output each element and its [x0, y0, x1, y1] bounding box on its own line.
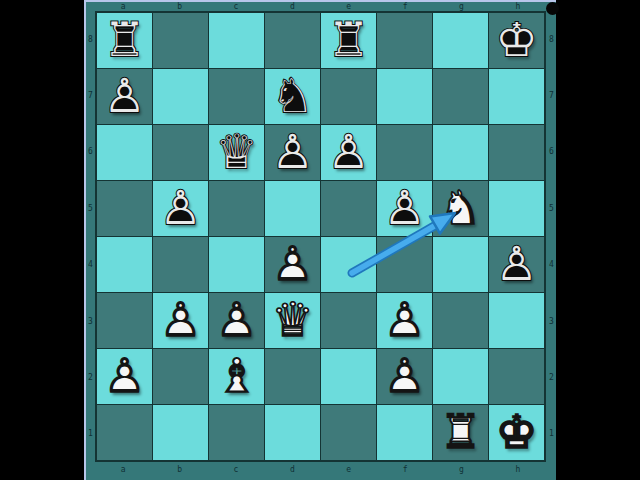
piece-white-pawn[interactable]: ♟♙ — [377, 293, 432, 348]
piece-white-king[interactable]: ♚♔ — [489, 405, 544, 460]
rank-label-1: 1 — [546, 406, 557, 462]
square-b6[interactable] — [153, 125, 208, 180]
square-h1[interactable]: ♚♔ — [489, 405, 544, 460]
file-label-g: g — [433, 462, 489, 477]
piece-black-pawn[interactable]: ♟♙ — [153, 181, 208, 236]
square-f1[interactable] — [377, 405, 432, 460]
piece-white-pawn[interactable]: ♟♙ — [209, 293, 264, 348]
rank-label-3: 3 — [86, 293, 95, 349]
square-b2[interactable] — [153, 349, 208, 404]
file-label-h: h — [490, 2, 546, 11]
square-g7[interactable] — [433, 69, 488, 124]
rank-label-3: 3 — [546, 293, 557, 349]
square-e3[interactable] — [321, 293, 376, 348]
square-b8[interactable] — [153, 13, 208, 68]
file-label-d: d — [264, 462, 320, 477]
rank-label-2: 2 — [86, 349, 95, 405]
board-grid: ♜♖♜♖♚♔♟♙♞♘♛♕♟♙♟♙♟♙♟♙♞♘♟♙♟♙♟♙♟♙♛♕♟♙♟♙♝♗♟♙… — [95, 11, 546, 462]
rank-label-5: 5 — [86, 180, 95, 236]
black-king-detail-glyph: ♔ — [495, 15, 537, 62]
piece-white-knight[interactable]: ♞♘ — [433, 181, 488, 236]
square-c8[interactable] — [209, 13, 264, 68]
file-label-h: h — [490, 462, 546, 477]
file-labels-top: abcdefgh — [95, 2, 546, 11]
rank-label-6: 6 — [546, 124, 557, 180]
black-knight-detail-glyph: ♘ — [271, 71, 313, 118]
square-h2[interactable] — [489, 349, 544, 404]
square-h6[interactable] — [489, 125, 544, 180]
square-c4[interactable] — [209, 237, 264, 292]
rank-label-4: 4 — [546, 237, 557, 293]
white-pawn-detail-glyph: ♙ — [383, 351, 425, 398]
square-e7[interactable] — [321, 69, 376, 124]
piece-black-pawn[interactable]: ♟♙ — [97, 69, 152, 124]
square-e8[interactable]: ♜♖ — [321, 13, 376, 68]
square-d6[interactable]: ♟♙ — [265, 125, 320, 180]
piece-black-pawn[interactable]: ♟♙ — [321, 125, 376, 180]
white-bishop-detail-glyph: ♗ — [215, 351, 257, 398]
square-h4[interactable]: ♟♙ — [489, 237, 544, 292]
square-f2[interactable]: ♟♙ — [377, 349, 432, 404]
square-e2[interactable] — [321, 349, 376, 404]
rank-label-7: 7 — [86, 67, 95, 123]
file-label-b: b — [151, 462, 207, 477]
square-b3[interactable]: ♟♙ — [153, 293, 208, 348]
video-frame: abcdefgh abcdefgh 87654321 87654321 ♜♖♜♖… — [0, 0, 640, 480]
file-label-a: a — [95, 462, 151, 477]
square-a1[interactable] — [97, 405, 152, 460]
rank-label-5: 5 — [546, 180, 557, 236]
square-d7[interactable]: ♞♘ — [265, 69, 320, 124]
black-pawn-detail-glyph: ♙ — [271, 127, 313, 174]
square-b7[interactable] — [153, 69, 208, 124]
piece-white-bishop[interactable]: ♝♗ — [209, 349, 264, 404]
square-d4[interactable]: ♟♙ — [265, 237, 320, 292]
piece-white-pawn[interactable]: ♟♙ — [97, 349, 152, 404]
square-f5[interactable]: ♟♙ — [377, 181, 432, 236]
chess-board-widget: abcdefgh abcdefgh 87654321 87654321 ♜♖♜♖… — [84, 0, 556, 480]
square-a2[interactable]: ♟♙ — [97, 349, 152, 404]
piece-black-pawn[interactable]: ♟♙ — [489, 237, 544, 292]
square-c1[interactable] — [209, 405, 264, 460]
square-a3[interactable] — [97, 293, 152, 348]
rank-label-8: 8 — [86, 11, 95, 67]
file-labels-bottom: abcdefgh — [95, 462, 546, 477]
square-h8[interactable]: ♚♔ — [489, 13, 544, 68]
square-b1[interactable] — [153, 405, 208, 460]
black-pawn-detail-glyph: ♙ — [103, 71, 145, 118]
square-a7[interactable]: ♟♙ — [97, 69, 152, 124]
square-g4[interactable] — [433, 237, 488, 292]
square-d3[interactable]: ♛♕ — [265, 293, 320, 348]
black-pawn-detail-glyph: ♙ — [159, 183, 201, 230]
piece-white-rook[interactable]: ♜♖ — [433, 405, 488, 460]
square-g3[interactable] — [433, 293, 488, 348]
square-f7[interactable] — [377, 69, 432, 124]
black-pawn-detail-glyph: ♙ — [495, 239, 537, 286]
square-e6[interactable]: ♟♙ — [321, 125, 376, 180]
black-rook-detail-glyph: ♖ — [103, 15, 145, 62]
square-h7[interactable] — [489, 69, 544, 124]
white-rook-detail-glyph: ♖ — [439, 407, 481, 454]
black-to-move-indicator — [546, 2, 559, 15]
square-d8[interactable] — [265, 13, 320, 68]
square-f3[interactable]: ♟♙ — [377, 293, 432, 348]
white-knight-detail-glyph: ♘ — [439, 183, 481, 230]
white-pawn-detail-glyph: ♙ — [215, 295, 257, 342]
rank-label-6: 6 — [86, 124, 95, 180]
square-c7[interactable] — [209, 69, 264, 124]
file-label-b: b — [151, 2, 207, 11]
square-e5[interactable] — [321, 181, 376, 236]
square-h3[interactable] — [489, 293, 544, 348]
square-g8[interactable] — [433, 13, 488, 68]
black-pawn-detail-glyph: ♙ — [383, 183, 425, 230]
file-label-g: g — [433, 2, 489, 11]
square-b5[interactable]: ♟♙ — [153, 181, 208, 236]
square-c2[interactable]: ♝♗ — [209, 349, 264, 404]
square-h5[interactable] — [489, 181, 544, 236]
white-king-detail-glyph: ♔ — [495, 407, 537, 454]
piece-black-queen[interactable]: ♛♕ — [209, 125, 264, 180]
square-g1[interactable]: ♜♖ — [433, 405, 488, 460]
square-f6[interactable] — [377, 125, 432, 180]
piece-black-knight[interactable]: ♞♘ — [265, 69, 320, 124]
file-label-c: c — [208, 2, 264, 11]
piece-white-pawn[interactable]: ♟♙ — [377, 349, 432, 404]
square-c3[interactable]: ♟♙ — [209, 293, 264, 348]
piece-black-pawn[interactable]: ♟♙ — [377, 181, 432, 236]
square-c5[interactable] — [209, 181, 264, 236]
rank-label-8: 8 — [546, 11, 557, 67]
rank-label-4: 4 — [86, 237, 95, 293]
white-pawn-detail-glyph: ♙ — [383, 295, 425, 342]
square-d5[interactable] — [265, 181, 320, 236]
black-queen-detail-glyph: ♕ — [215, 127, 257, 174]
square-g5[interactable]: ♞♘ — [433, 181, 488, 236]
white-pawn-detail-glyph: ♙ — [103, 351, 145, 398]
file-label-f: f — [377, 2, 433, 11]
rank-labels-right: 87654321 — [546, 11, 557, 462]
white-queen-detail-glyph: ♕ — [271, 295, 313, 342]
square-g6[interactable] — [433, 125, 488, 180]
rank-label-7: 7 — [546, 67, 557, 123]
piece-black-rook[interactable]: ♜♖ — [97, 13, 152, 68]
square-e1[interactable] — [321, 405, 376, 460]
black-pawn-detail-glyph: ♙ — [327, 127, 369, 174]
square-f4[interactable] — [377, 237, 432, 292]
rank-labels-left: 87654321 — [86, 11, 95, 462]
white-pawn-detail-glyph: ♙ — [271, 239, 313, 286]
square-e4[interactable] — [321, 237, 376, 292]
square-b4[interactable] — [153, 237, 208, 292]
file-label-c: c — [208, 462, 264, 477]
piece-black-rook[interactable]: ♜♖ — [321, 13, 376, 68]
square-a8[interactable]: ♜♖ — [97, 13, 152, 68]
file-label-d: d — [264, 2, 320, 11]
piece-black-king[interactable]: ♚♔ — [489, 13, 544, 68]
square-a6[interactable] — [97, 125, 152, 180]
piece-white-queen[interactable]: ♛♕ — [265, 293, 320, 348]
square-d1[interactable] — [265, 405, 320, 460]
white-pawn-detail-glyph: ♙ — [159, 295, 201, 342]
file-label-f: f — [377, 462, 433, 477]
square-c6[interactable]: ♛♕ — [209, 125, 264, 180]
square-f8[interactable] — [377, 13, 432, 68]
file-label-e: e — [321, 2, 377, 11]
square-d2[interactable] — [265, 349, 320, 404]
rank-label-2: 2 — [546, 349, 557, 405]
piece-white-pawn[interactable]: ♟♙ — [265, 237, 320, 292]
square-a5[interactable] — [97, 181, 152, 236]
file-label-a: a — [95, 2, 151, 11]
file-label-e: e — [321, 462, 377, 477]
piece-white-pawn[interactable]: ♟♙ — [153, 293, 208, 348]
black-rook-detail-glyph: ♖ — [327, 15, 369, 62]
piece-black-pawn[interactable]: ♟♙ — [265, 125, 320, 180]
square-g2[interactable] — [433, 349, 488, 404]
rank-label-1: 1 — [86, 406, 95, 462]
square-a4[interactable] — [97, 237, 152, 292]
